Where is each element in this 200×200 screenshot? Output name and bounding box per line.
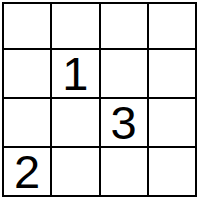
- cell-r2c3[interactable]: [101, 50, 147, 97]
- cell-r3c4[interactable]: [149, 99, 195, 146]
- cell-r4c2[interactable]: [52, 148, 98, 195]
- cell-r4c1[interactable]: 2: [4, 148, 50, 195]
- cell-r1c2[interactable]: [52, 4, 98, 48]
- cell-r1c4[interactable]: [149, 4, 195, 48]
- cell-r3c2[interactable]: [52, 99, 98, 146]
- puzzle-board: 1 3 2: [2, 2, 197, 197]
- cell-r2c2[interactable]: 1: [52, 50, 98, 97]
- cell-r4c4[interactable]: [149, 148, 195, 195]
- cell-r1c3[interactable]: [101, 4, 147, 48]
- cell-r3c3[interactable]: 3: [101, 99, 147, 146]
- cell-r1c1[interactable]: [4, 4, 50, 48]
- cell-r4c3[interactable]: [101, 148, 147, 195]
- cell-r3c1[interactable]: [4, 99, 50, 146]
- cell-r2c4[interactable]: [149, 50, 195, 97]
- cell-r2c1[interactable]: [4, 50, 50, 97]
